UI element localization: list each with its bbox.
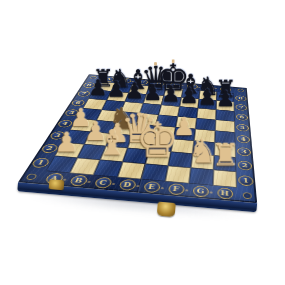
file-label-C: C	[93, 177, 113, 189]
brass-hinge	[49, 179, 65, 190]
square-g1[interactable]	[189, 168, 214, 186]
square-f1[interactable]	[165, 166, 191, 184]
square-g7[interactable]: ♟	[198, 99, 217, 110]
square-e2[interactable]: ♚	[145, 150, 170, 166]
corner-ornament	[243, 192, 252, 199]
board-rotation-wrapper: ♜♞♝♛♚♝♞♜♟♟♟♟♟♟♟♟♟♞♟♟♟♟♛♟♟♝♚♞♜ AABBCCDDEE…	[0, 0, 285, 285]
square-f7[interactable]: ♟	[180, 97, 199, 108]
border-ornament-dot	[87, 181, 91, 183]
piece-black-pawn-c7[interactable]: ♟	[124, 80, 144, 102]
rank-label-7: 7	[236, 104, 248, 111]
square-h7[interactable]: ♟	[216, 100, 234, 111]
border-ornament-dot	[161, 187, 164, 189]
square-h1[interactable]	[213, 170, 237, 188]
file-label-G: G	[192, 185, 208, 197]
piece-black-pawn-e7[interactable]: ♟	[161, 83, 181, 105]
piece-black-pawn-a7[interactable]: ♟	[88, 77, 108, 99]
file-label-H: H	[217, 187, 233, 199]
piece-white-king-e2[interactable]: ♚	[135, 116, 178, 164]
rank-label-2: 2	[238, 160, 253, 170]
square-c2[interactable]: ♝	[100, 146, 128, 162]
file-label-D: D	[118, 179, 137, 191]
corner-ornament	[238, 89, 244, 92]
piece-black-pawn-h7[interactable]: ♟	[215, 88, 235, 110]
piece-white-rook-h2[interactable]: ♜	[211, 139, 239, 170]
border-ornament-dot	[210, 191, 213, 193]
file-label-E: E	[142, 181, 160, 193]
file-label-F: F	[167, 183, 184, 195]
rank-label-5: 5	[236, 123, 249, 131]
border-ornament-dot	[185, 189, 188, 191]
brass-clasp	[157, 202, 176, 218]
piece-black-pawn-b7[interactable]: ♟	[106, 78, 126, 100]
piece-white-pawn-a2[interactable]: ♟	[54, 129, 79, 156]
rank-label-8: 8	[235, 95, 246, 102]
piece-black-pawn-d7[interactable]: ♟	[143, 82, 163, 104]
square-h2[interactable]: ♜	[214, 156, 237, 172]
board-perspective: ♜♞♝♛♚♝♞♜♟♟♟♟♟♟♟♟♟♞♟♟♟♟♛♟♟♝♚♞♜ AABBCCDDEE…	[18, 0, 278, 203]
piece-white-bishop-c2[interactable]: ♝	[96, 125, 127, 160]
square-e1[interactable]	[141, 164, 168, 182]
piece-black-pawn-g7[interactable]: ♟	[197, 86, 217, 108]
rank-label-1: 1	[238, 175, 254, 186]
product-photo-stage: ♜♞♝♛♚♝♞♜♟♟♟♟♟♟♟♟♟♞♟♟♟♟♛♟♟♝♚♞♜ AABBCCDDEE…	[0, 0, 285, 285]
rank-label-6: 6	[236, 113, 248, 121]
border-ornament-dot	[112, 183, 116, 185]
corner-ornament	[25, 173, 37, 180]
piece-black-pawn-f7[interactable]: ♟	[179, 85, 199, 107]
file-label-B: B	[68, 175, 89, 187]
